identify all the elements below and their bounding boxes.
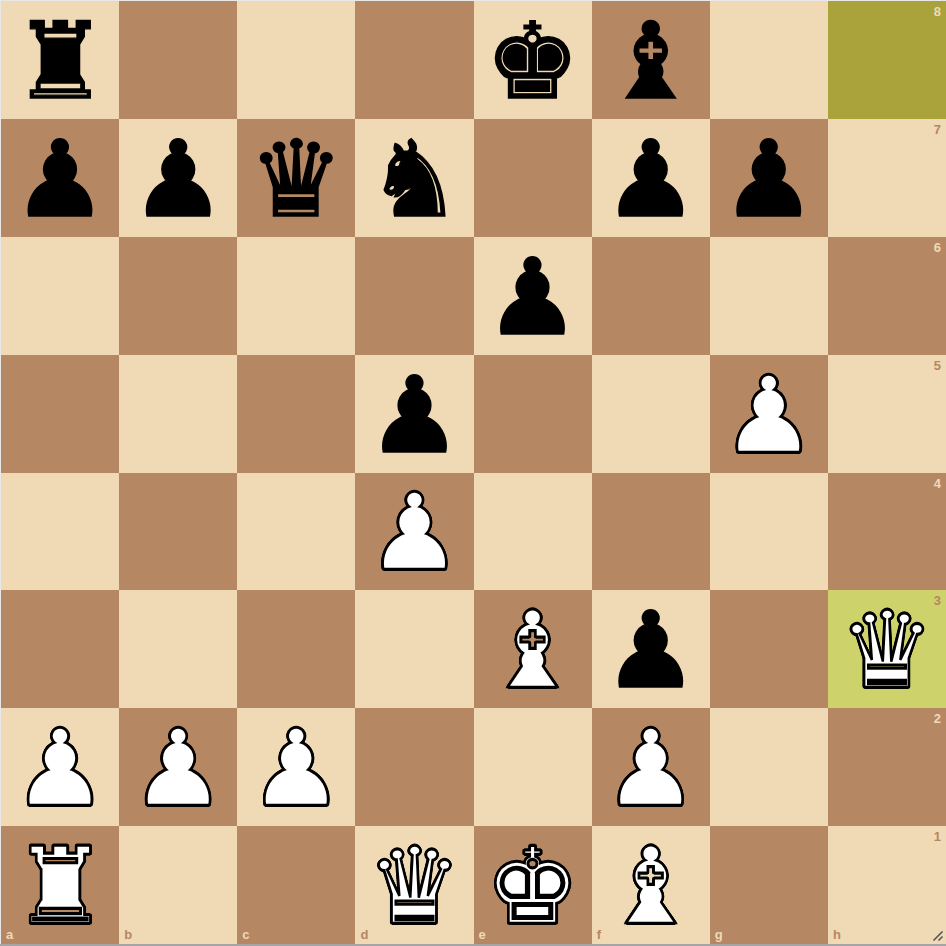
square-a1[interactable]: ♜a [1,826,119,944]
piece-black-pawn[interactable]: ♟ [603,127,698,233]
piece-white-rook[interactable]: ♜ [13,834,108,940]
square-c2[interactable]: ♟ [237,708,355,826]
chess-board: ♜♚♝8♟♟♛♞♟♟7♟6♟♟5♟4♝♟♛3♟♟♟♟2♜abc♛d♚e♝fg1h [0,0,946,944]
piece-white-bishop[interactable]: ♝ [485,598,580,704]
square-b6[interactable] [119,237,237,355]
square-a8[interactable]: ♜ [1,1,119,119]
square-h3[interactable]: ♛3 [828,590,946,708]
square-a4[interactable] [1,473,119,591]
piece-black-rook[interactable]: ♜ [13,9,108,115]
file-label-d: d [360,928,368,941]
piece-black-pawn[interactable]: ♟ [367,363,462,469]
square-g1[interactable]: g [710,826,828,944]
rank-label-8: 8 [934,5,941,18]
rank-label-2: 2 [934,712,941,725]
square-f7[interactable]: ♟ [592,119,710,237]
square-f5[interactable] [592,355,710,473]
piece-black-pawn[interactable]: ♟ [131,127,226,233]
square-h4[interactable]: 4 [828,473,946,591]
square-f2[interactable]: ♟ [592,708,710,826]
square-b8[interactable] [119,1,237,119]
square-d8[interactable] [355,1,473,119]
square-f3[interactable]: ♟ [592,590,710,708]
square-e8[interactable]: ♚ [474,1,592,119]
piece-white-pawn[interactable]: ♟ [721,363,816,469]
piece-black-pawn[interactable]: ♟ [721,127,816,233]
rank-label-3: 3 [934,594,941,607]
piece-black-king[interactable]: ♚ [485,9,580,115]
square-c8[interactable] [237,1,355,119]
square-d4[interactable]: ♟ [355,473,473,591]
square-e3[interactable]: ♝ [474,590,592,708]
square-e4[interactable] [474,473,592,591]
piece-white-pawn[interactable]: ♟ [13,716,108,822]
piece-white-pawn[interactable]: ♟ [249,716,344,822]
square-c4[interactable] [237,473,355,591]
square-h1[interactable]: 1h [828,826,946,944]
piece-white-pawn[interactable]: ♟ [131,716,226,822]
board-resize-handle-icon[interactable] [930,928,944,942]
piece-black-bishop[interactable]: ♝ [603,9,698,115]
file-label-e: e [479,928,486,941]
file-label-f: f [597,928,601,941]
square-g2[interactable] [710,708,828,826]
piece-white-queen[interactable]: ♛ [367,834,462,940]
piece-black-knight[interactable]: ♞ [367,127,462,233]
piece-black-queen[interactable]: ♛ [249,127,344,233]
square-g5[interactable]: ♟ [710,355,828,473]
square-g8[interactable] [710,1,828,119]
square-f6[interactable] [592,237,710,355]
square-f8[interactable]: ♝ [592,1,710,119]
piece-white-bishop[interactable]: ♝ [603,834,698,940]
piece-white-king[interactable]: ♚ [485,834,580,940]
square-e6[interactable]: ♟ [474,237,592,355]
square-f4[interactable] [592,473,710,591]
square-f1[interactable]: ♝f [592,826,710,944]
square-b3[interactable] [119,590,237,708]
piece-black-pawn[interactable]: ♟ [603,598,698,704]
square-a6[interactable] [1,237,119,355]
square-h8[interactable]: 8 [828,1,946,119]
piece-white-pawn[interactable]: ♟ [367,480,462,586]
rank-label-5: 5 [934,359,941,372]
square-e2[interactable] [474,708,592,826]
square-g7[interactable]: ♟ [710,119,828,237]
file-label-c: c [242,928,249,941]
piece-black-pawn[interactable]: ♟ [485,245,580,351]
square-a7[interactable]: ♟ [1,119,119,237]
file-label-a: a [6,928,13,941]
square-d7[interactable]: ♞ [355,119,473,237]
square-g3[interactable] [710,590,828,708]
square-b1[interactable]: b [119,826,237,944]
file-label-b: b [124,928,132,941]
square-d6[interactable] [355,237,473,355]
rank-label-4: 4 [934,477,941,490]
square-g4[interactable] [710,473,828,591]
square-a5[interactable] [1,355,119,473]
square-b7[interactable]: ♟ [119,119,237,237]
square-d5[interactable]: ♟ [355,355,473,473]
rank-label-7: 7 [934,123,941,136]
square-e1[interactable]: ♚e [474,826,592,944]
file-label-g: g [715,928,723,941]
square-b5[interactable] [119,355,237,473]
square-d1[interactable]: ♛d [355,826,473,944]
square-d2[interactable] [355,708,473,826]
square-c7[interactable]: ♛ [237,119,355,237]
page: { "game": "chess", "board_theme": "liche… [0,0,946,946]
square-e7[interactable] [474,119,592,237]
file-label-h: h [833,928,841,941]
square-a3[interactable] [1,590,119,708]
square-c3[interactable] [237,590,355,708]
square-c1[interactable]: c [237,826,355,944]
rank-label-6: 6 [934,241,941,254]
piece-white-queen[interactable]: ♛ [839,598,934,704]
square-c5[interactable] [237,355,355,473]
square-a2[interactable]: ♟ [1,708,119,826]
piece-black-pawn[interactable]: ♟ [13,127,108,233]
square-h6[interactable]: 6 [828,237,946,355]
square-b2[interactable]: ♟ [119,708,237,826]
square-h7[interactable]: 7 [828,119,946,237]
rank-label-1: 1 [934,830,941,843]
square-e5[interactable] [474,355,592,473]
square-b4[interactable] [119,473,237,591]
square-d3[interactable] [355,590,473,708]
piece-white-pawn[interactable]: ♟ [603,716,698,822]
square-h5[interactable]: 5 [828,355,946,473]
square-h2[interactable]: 2 [828,708,946,826]
board-grid: ♜♚♝8♟♟♛♞♟♟7♟6♟♟5♟4♝♟♛3♟♟♟♟2♜abc♛d♚e♝fg1h [1,1,946,944]
square-g6[interactable] [710,237,828,355]
square-c6[interactable] [237,237,355,355]
